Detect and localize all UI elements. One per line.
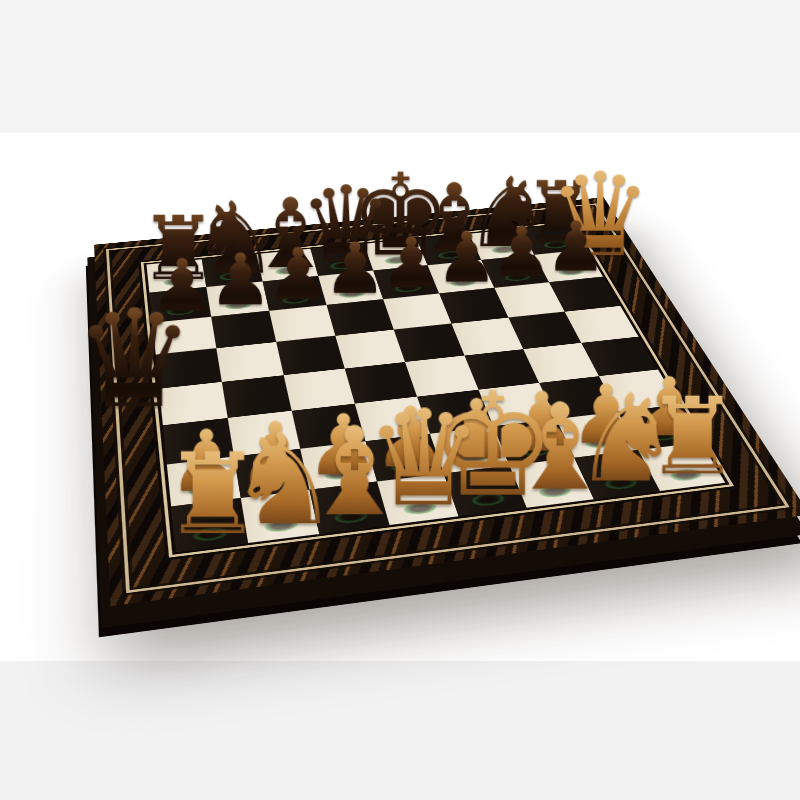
chess-board: ♜♞♝♛♚♝♞♜♟♟♟♟♟♟♟♟♟♟♟♟♟♟♟♟♜♞♝♛♚♝♞♜ ♛ ♛: [94, 197, 800, 606]
square-d6[interactable]: [327, 299, 394, 336]
square-b7[interactable]: ♟: [206, 282, 269, 317]
piece-black-pawn[interactable]: ♟: [208, 248, 272, 312]
piece-black-pawn[interactable]: ♟: [323, 237, 386, 300]
piece-black-pawn[interactable]: ♟: [435, 227, 497, 290]
board-grid: ♜♞♝♛♚♝♞♜♟♟♟♟♟♟♟♟♟♟♟♟♟♟♟♟♜♞♝♛♚♝♞♜: [146, 224, 725, 552]
product-photo-stage: ♜♞♝♛♚♝♞♜♟♟♟♟♟♟♟♟♟♟♟♟♟♟♟♟♜♞♝♛♚♝♞♜ ♛ ♛: [0, 0, 800, 800]
square-c5[interactable]: [276, 336, 345, 375]
square-b5[interactable]: [216, 342, 283, 382]
board-frame-ebony: ♜♞♝♛♚♝♞♜♟♟♟♟♟♟♟♟♟♟♟♟♟♟♟♟♜♞♝♛♚♝♞♜ ♛ ♛: [94, 197, 800, 606]
extra-black-queen[interactable]: ♛: [74, 298, 195, 420]
piece-black-pawn[interactable]: ♟: [490, 221, 552, 283]
piece-white-rook[interactable]: ♜: [162, 444, 263, 545]
piece-black-pawn[interactable]: ♟: [379, 232, 442, 295]
piece-black-pawn[interactable]: ♟: [544, 216, 606, 278]
square-a1[interactable]: ♜: [171, 498, 248, 552]
chessboard-scene: ♜♞♝♛♚♝♞♜♟♟♟♟♟♟♟♟♟♟♟♟♟♟♟♟♜♞♝♛♚♝♞♜ ♛ ♛: [0, 0, 800, 800]
piece-black-pawn[interactable]: ♟: [266, 243, 330, 307]
